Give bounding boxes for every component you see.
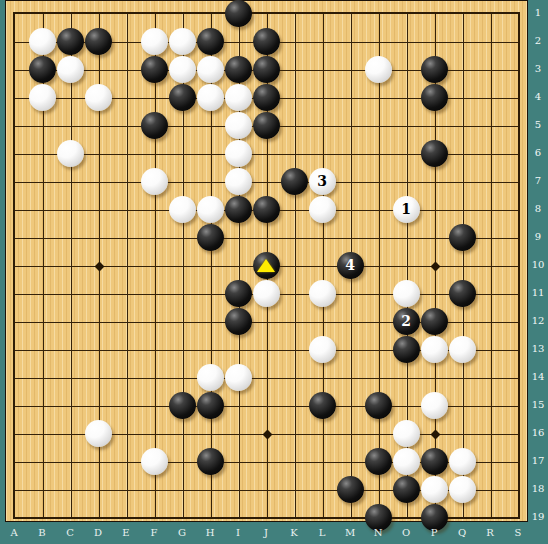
- intersection-G1[interactable]: [168, 0, 196, 27]
- intersection-M7[interactable]: [336, 167, 364, 195]
- intersection-S15[interactable]: [504, 391, 532, 419]
- intersection-L16[interactable]: [308, 419, 336, 447]
- intersection-S16[interactable]: [504, 419, 532, 447]
- intersection-R9[interactable]: [476, 223, 504, 251]
- intersection-E18[interactable]: [112, 475, 140, 503]
- intersection-M2[interactable]: [336, 27, 364, 55]
- intersection-F18[interactable]: [140, 475, 168, 503]
- intersection-Q16[interactable]: [448, 419, 476, 447]
- intersection-G4[interactable]: [168, 83, 196, 111]
- intersection-G14[interactable]: [168, 363, 196, 391]
- intersection-A8[interactable]: [0, 195, 28, 223]
- intersection-F12[interactable]: [140, 307, 168, 335]
- intersection-H8[interactable]: [196, 195, 224, 223]
- intersection-J6[interactable]: [252, 139, 280, 167]
- intersection-D9[interactable]: [84, 223, 112, 251]
- intersection-O7[interactable]: [392, 167, 420, 195]
- intersection-Q3[interactable]: [448, 55, 476, 83]
- intersection-B8[interactable]: [28, 195, 56, 223]
- intersection-Q1[interactable]: [448, 0, 476, 27]
- intersection-A1[interactable]: [0, 0, 28, 27]
- intersection-A16[interactable]: [0, 419, 28, 447]
- intersection-O3[interactable]: [392, 55, 420, 83]
- intersection-G12[interactable]: [168, 307, 196, 335]
- intersection-K8[interactable]: [280, 195, 308, 223]
- intersection-C16[interactable]: [56, 419, 84, 447]
- intersection-S12[interactable]: [504, 307, 532, 335]
- intersection-F10[interactable]: [140, 251, 168, 279]
- intersection-N17[interactable]: [364, 447, 392, 475]
- intersection-D4[interactable]: [84, 83, 112, 111]
- intersection-B13[interactable]: [28, 335, 56, 363]
- intersection-M18[interactable]: [336, 475, 364, 503]
- intersection-I1[interactable]: [224, 0, 252, 27]
- intersection-R7[interactable]: [476, 167, 504, 195]
- intersection-H15[interactable]: [196, 391, 224, 419]
- intersection-N9[interactable]: [364, 223, 392, 251]
- intersection-S9[interactable]: [504, 223, 532, 251]
- intersection-F2[interactable]: [140, 27, 168, 55]
- intersection-M1[interactable]: [336, 0, 364, 27]
- intersection-H9[interactable]: [196, 223, 224, 251]
- intersection-F6[interactable]: [140, 139, 168, 167]
- intersection-A11[interactable]: [0, 279, 28, 307]
- intersection-Q7[interactable]: [448, 167, 476, 195]
- intersection-N12[interactable]: [364, 307, 392, 335]
- intersection-E11[interactable]: [112, 279, 140, 307]
- intersection-L2[interactable]: [308, 27, 336, 55]
- intersection-H2[interactable]: [196, 27, 224, 55]
- intersection-E16[interactable]: [112, 419, 140, 447]
- intersection-M15[interactable]: [336, 391, 364, 419]
- intersection-G11[interactable]: [168, 279, 196, 307]
- intersection-A5[interactable]: [0, 111, 28, 139]
- intersection-A18[interactable]: [0, 475, 28, 503]
- intersection-P1[interactable]: [420, 0, 448, 27]
- intersection-R16[interactable]: [476, 419, 504, 447]
- intersection-P11[interactable]: [420, 279, 448, 307]
- intersection-K16[interactable]: [280, 419, 308, 447]
- intersection-B16[interactable]: [28, 419, 56, 447]
- intersection-N5[interactable]: [364, 111, 392, 139]
- intersection-K15[interactable]: [280, 391, 308, 419]
- intersection-Q13[interactable]: [448, 335, 476, 363]
- intersection-R18[interactable]: [476, 475, 504, 503]
- intersection-G13[interactable]: [168, 335, 196, 363]
- intersection-Q12[interactable]: [448, 307, 476, 335]
- intersection-K6[interactable]: [280, 139, 308, 167]
- intersection-J16[interactable]: [252, 419, 280, 447]
- intersection-R10[interactable]: [476, 251, 504, 279]
- intersection-H7[interactable]: [196, 167, 224, 195]
- intersection-F8[interactable]: [140, 195, 168, 223]
- intersection-H3[interactable]: [196, 55, 224, 83]
- intersection-S14[interactable]: [504, 363, 532, 391]
- intersection-N1[interactable]: [364, 0, 392, 27]
- intersection-C13[interactable]: [56, 335, 84, 363]
- intersection-L7[interactable]: 3: [308, 167, 336, 195]
- intersection-G9[interactable]: [168, 223, 196, 251]
- intersection-I9[interactable]: [224, 223, 252, 251]
- intersection-Q15[interactable]: [448, 391, 476, 419]
- intersection-F11[interactable]: [140, 279, 168, 307]
- intersection-F15[interactable]: [140, 391, 168, 419]
- intersection-A9[interactable]: [0, 223, 28, 251]
- intersection-S8[interactable]: [504, 195, 532, 223]
- intersection-J14[interactable]: [252, 363, 280, 391]
- intersection-I11[interactable]: [224, 279, 252, 307]
- intersection-R8[interactable]: [476, 195, 504, 223]
- intersection-M12[interactable]: [336, 307, 364, 335]
- intersection-M3[interactable]: [336, 55, 364, 83]
- intersection-Q17[interactable]: [448, 447, 476, 475]
- intersection-K12[interactable]: [280, 307, 308, 335]
- intersection-H11[interactable]: [196, 279, 224, 307]
- intersection-G16[interactable]: [168, 419, 196, 447]
- intersection-N13[interactable]: [364, 335, 392, 363]
- intersection-O17[interactable]: [392, 447, 420, 475]
- intersection-B5[interactable]: [28, 111, 56, 139]
- intersection-E15[interactable]: [112, 391, 140, 419]
- intersection-N11[interactable]: [364, 279, 392, 307]
- intersection-L8[interactable]: [308, 195, 336, 223]
- intersection-K11[interactable]: [280, 279, 308, 307]
- intersection-P15[interactable]: [420, 391, 448, 419]
- intersection-D11[interactable]: [84, 279, 112, 307]
- intersection-G5[interactable]: [168, 111, 196, 139]
- intersection-O5[interactable]: [392, 111, 420, 139]
- intersection-H5[interactable]: [196, 111, 224, 139]
- intersection-L9[interactable]: [308, 223, 336, 251]
- intersection-A15[interactable]: [0, 391, 28, 419]
- intersection-M11[interactable]: [336, 279, 364, 307]
- intersection-K13[interactable]: [280, 335, 308, 363]
- intersection-B14[interactable]: [28, 363, 56, 391]
- intersection-R11[interactable]: [476, 279, 504, 307]
- intersection-D8[interactable]: [84, 195, 112, 223]
- intersection-C1[interactable]: [56, 0, 84, 27]
- intersection-J12[interactable]: [252, 307, 280, 335]
- intersection-K2[interactable]: [280, 27, 308, 55]
- intersection-I4[interactable]: [224, 83, 252, 111]
- intersection-O9[interactable]: [392, 223, 420, 251]
- intersection-B9[interactable]: [28, 223, 56, 251]
- intersection-K7[interactable]: [280, 167, 308, 195]
- intersection-D10[interactable]: [84, 251, 112, 279]
- intersection-D15[interactable]: [84, 391, 112, 419]
- intersection-S10[interactable]: [504, 251, 532, 279]
- intersection-C4[interactable]: [56, 83, 84, 111]
- intersection-P18[interactable]: [420, 475, 448, 503]
- intersection-C12[interactable]: [56, 307, 84, 335]
- intersection-H17[interactable]: [196, 447, 224, 475]
- intersection-Q14[interactable]: [448, 363, 476, 391]
- intersection-A17[interactable]: [0, 447, 28, 475]
- intersection-C2[interactable]: [56, 27, 84, 55]
- intersection-P7[interactable]: [420, 167, 448, 195]
- intersection-Q6[interactable]: [448, 139, 476, 167]
- intersection-R1[interactable]: [476, 0, 504, 27]
- intersection-I13[interactable]: [224, 335, 252, 363]
- intersection-I8[interactable]: [224, 195, 252, 223]
- intersection-J3[interactable]: [252, 55, 280, 83]
- intersection-G17[interactable]: [168, 447, 196, 475]
- intersection-I15[interactable]: [224, 391, 252, 419]
- intersection-F16[interactable]: [140, 419, 168, 447]
- intersection-O13[interactable]: [392, 335, 420, 363]
- intersection-B11[interactable]: [28, 279, 56, 307]
- intersection-S1[interactable]: [504, 0, 532, 27]
- intersection-R12[interactable]: [476, 307, 504, 335]
- intersection-H6[interactable]: [196, 139, 224, 167]
- intersection-P13[interactable]: [420, 335, 448, 363]
- intersection-G10[interactable]: [168, 251, 196, 279]
- intersection-I3[interactable]: [224, 55, 252, 83]
- intersection-K3[interactable]: [280, 55, 308, 83]
- intersection-K5[interactable]: [280, 111, 308, 139]
- intersection-N6[interactable]: [364, 139, 392, 167]
- intersection-G2[interactable]: [168, 27, 196, 55]
- intersection-O14[interactable]: [392, 363, 420, 391]
- intersection-M13[interactable]: [336, 335, 364, 363]
- intersection-I6[interactable]: [224, 139, 252, 167]
- intersection-F5[interactable]: [140, 111, 168, 139]
- intersection-F9[interactable]: [140, 223, 168, 251]
- intersection-N15[interactable]: [364, 391, 392, 419]
- intersection-D13[interactable]: [84, 335, 112, 363]
- intersection-H16[interactable]: [196, 419, 224, 447]
- intersection-Q18[interactable]: [448, 475, 476, 503]
- intersection-D12[interactable]: [84, 307, 112, 335]
- intersection-K4[interactable]: [280, 83, 308, 111]
- intersection-B4[interactable]: [28, 83, 56, 111]
- intersection-L1[interactable]: [308, 0, 336, 27]
- intersection-M5[interactable]: [336, 111, 364, 139]
- intersection-P6[interactable]: [420, 139, 448, 167]
- intersection-C9[interactable]: [56, 223, 84, 251]
- intersection-B10[interactable]: [28, 251, 56, 279]
- intersection-H14[interactable]: [196, 363, 224, 391]
- intersection-J1[interactable]: [252, 0, 280, 27]
- intersection-R2[interactable]: [476, 27, 504, 55]
- intersection-L13[interactable]: [308, 335, 336, 363]
- intersection-G7[interactable]: [168, 167, 196, 195]
- intersection-E7[interactable]: [112, 167, 140, 195]
- intersection-O6[interactable]: [392, 139, 420, 167]
- intersection-C8[interactable]: [56, 195, 84, 223]
- intersection-O12[interactable]: 2: [392, 307, 420, 335]
- intersection-M17[interactable]: [336, 447, 364, 475]
- intersection-L18[interactable]: [308, 475, 336, 503]
- intersection-E2[interactable]: [112, 27, 140, 55]
- intersection-E4[interactable]: [112, 83, 140, 111]
- intersection-M16[interactable]: [336, 419, 364, 447]
- intersection-A12[interactable]: [0, 307, 28, 335]
- intersection-L3[interactable]: [308, 55, 336, 83]
- intersection-F7[interactable]: [140, 167, 168, 195]
- intersection-M9[interactable]: [336, 223, 364, 251]
- intersection-I17[interactable]: [224, 447, 252, 475]
- intersection-C7[interactable]: [56, 167, 84, 195]
- intersection-B6[interactable]: [28, 139, 56, 167]
- intersection-Q4[interactable]: [448, 83, 476, 111]
- intersection-M14[interactable]: [336, 363, 364, 391]
- intersection-K10[interactable]: [280, 251, 308, 279]
- intersection-C11[interactable]: [56, 279, 84, 307]
- intersection-H18[interactable]: [196, 475, 224, 503]
- intersection-D7[interactable]: [84, 167, 112, 195]
- intersection-E6[interactable]: [112, 139, 140, 167]
- intersection-E9[interactable]: [112, 223, 140, 251]
- intersection-S6[interactable]: [504, 139, 532, 167]
- intersection-S7[interactable]: [504, 167, 532, 195]
- intersection-R4[interactable]: [476, 83, 504, 111]
- intersection-C5[interactable]: [56, 111, 84, 139]
- intersection-R14[interactable]: [476, 363, 504, 391]
- intersection-K17[interactable]: [280, 447, 308, 475]
- intersection-B1[interactable]: [28, 0, 56, 27]
- intersection-P12[interactable]: [420, 307, 448, 335]
- intersection-C10[interactable]: [56, 251, 84, 279]
- intersection-H1[interactable]: [196, 0, 224, 27]
- intersection-H4[interactable]: [196, 83, 224, 111]
- intersection-M8[interactable]: [336, 195, 364, 223]
- intersection-N18[interactable]: [364, 475, 392, 503]
- intersection-O1[interactable]: [392, 0, 420, 27]
- intersection-J9[interactable]: [252, 223, 280, 251]
- intersection-R6[interactable]: [476, 139, 504, 167]
- intersection-J11[interactable]: [252, 279, 280, 307]
- intersection-S13[interactable]: [504, 335, 532, 363]
- intersection-Q10[interactable]: [448, 251, 476, 279]
- intersection-G8[interactable]: [168, 195, 196, 223]
- intersection-L14[interactable]: [308, 363, 336, 391]
- intersection-R13[interactable]: [476, 335, 504, 363]
- intersection-F14[interactable]: [140, 363, 168, 391]
- intersection-F4[interactable]: [140, 83, 168, 111]
- intersection-H12[interactable]: [196, 307, 224, 335]
- intersection-G3[interactable]: [168, 55, 196, 83]
- intersection-C18[interactable]: [56, 475, 84, 503]
- intersection-R5[interactable]: [476, 111, 504, 139]
- intersection-P4[interactable]: [420, 83, 448, 111]
- intersection-P10[interactable]: [420, 251, 448, 279]
- intersection-P16[interactable]: [420, 419, 448, 447]
- intersection-D17[interactable]: [84, 447, 112, 475]
- intersection-K14[interactable]: [280, 363, 308, 391]
- intersection-L17[interactable]: [308, 447, 336, 475]
- intersection-S3[interactable]: [504, 55, 532, 83]
- intersection-E3[interactable]: [112, 55, 140, 83]
- intersection-E10[interactable]: [112, 251, 140, 279]
- intersection-Q9[interactable]: [448, 223, 476, 251]
- intersection-S11[interactable]: [504, 279, 532, 307]
- intersection-J2[interactable]: [252, 27, 280, 55]
- intersection-A3[interactable]: [0, 55, 28, 83]
- intersection-B3[interactable]: [28, 55, 56, 83]
- intersection-E1[interactable]: [112, 0, 140, 27]
- intersection-F13[interactable]: [140, 335, 168, 363]
- intersection-D5[interactable]: [84, 111, 112, 139]
- intersection-L4[interactable]: [308, 83, 336, 111]
- intersection-O8[interactable]: 1: [392, 195, 420, 223]
- intersection-E17[interactable]: [112, 447, 140, 475]
- intersection-J18[interactable]: [252, 475, 280, 503]
- intersection-G18[interactable]: [168, 475, 196, 503]
- intersection-E12[interactable]: [112, 307, 140, 335]
- intersection-Q8[interactable]: [448, 195, 476, 223]
- intersection-D1[interactable]: [84, 0, 112, 27]
- intersection-K18[interactable]: [280, 475, 308, 503]
- intersection-L11[interactable]: [308, 279, 336, 307]
- intersection-I16[interactable]: [224, 419, 252, 447]
- intersection-C17[interactable]: [56, 447, 84, 475]
- intersection-P14[interactable]: [420, 363, 448, 391]
- intersection-O2[interactable]: [392, 27, 420, 55]
- intersection-B15[interactable]: [28, 391, 56, 419]
- intersection-C3[interactable]: [56, 55, 84, 83]
- intersection-R3[interactable]: [476, 55, 504, 83]
- intersection-P5[interactable]: [420, 111, 448, 139]
- intersection-M4[interactable]: [336, 83, 364, 111]
- intersection-L15[interactable]: [308, 391, 336, 419]
- intersection-C14[interactable]: [56, 363, 84, 391]
- intersection-G15[interactable]: [168, 391, 196, 419]
- intersection-E13[interactable]: [112, 335, 140, 363]
- intersection-F17[interactable]: [140, 447, 168, 475]
- intersection-S18[interactable]: [504, 475, 532, 503]
- intersection-O11[interactable]: [392, 279, 420, 307]
- intersection-P2[interactable]: [420, 27, 448, 55]
- intersection-N4[interactable]: [364, 83, 392, 111]
- intersection-B2[interactable]: [28, 27, 56, 55]
- intersection-D16[interactable]: [84, 419, 112, 447]
- intersection-M6[interactable]: [336, 139, 364, 167]
- intersection-C6[interactable]: [56, 139, 84, 167]
- intersection-O15[interactable]: [392, 391, 420, 419]
- intersection-S4[interactable]: [504, 83, 532, 111]
- intersection-O10[interactable]: [392, 251, 420, 279]
- intersection-J5[interactable]: [252, 111, 280, 139]
- intersection-I5[interactable]: [224, 111, 252, 139]
- intersection-L12[interactable]: [308, 307, 336, 335]
- intersection-D6[interactable]: [84, 139, 112, 167]
- intersection-Q2[interactable]: [448, 27, 476, 55]
- intersection-D18[interactable]: [84, 475, 112, 503]
- intersection-N8[interactable]: [364, 195, 392, 223]
- intersection-J17[interactable]: [252, 447, 280, 475]
- intersection-Q5[interactable]: [448, 111, 476, 139]
- intersection-L5[interactable]: [308, 111, 336, 139]
- intersection-R17[interactable]: [476, 447, 504, 475]
- intersection-J4[interactable]: [252, 83, 280, 111]
- intersection-A6[interactable]: [0, 139, 28, 167]
- intersection-J13[interactable]: [252, 335, 280, 363]
- intersection-O4[interactable]: [392, 83, 420, 111]
- intersection-K9[interactable]: [280, 223, 308, 251]
- intersection-L10[interactable]: [308, 251, 336, 279]
- intersection-H10[interactable]: [196, 251, 224, 279]
- intersection-N14[interactable]: [364, 363, 392, 391]
- intersection-S5[interactable]: [504, 111, 532, 139]
- intersection-L6[interactable]: [308, 139, 336, 167]
- intersection-J8[interactable]: [252, 195, 280, 223]
- intersection-R15[interactable]: [476, 391, 504, 419]
- intersection-B17[interactable]: [28, 447, 56, 475]
- intersection-A7[interactable]: [0, 167, 28, 195]
- intersection-B18[interactable]: [28, 475, 56, 503]
- intersection-I7[interactable]: [224, 167, 252, 195]
